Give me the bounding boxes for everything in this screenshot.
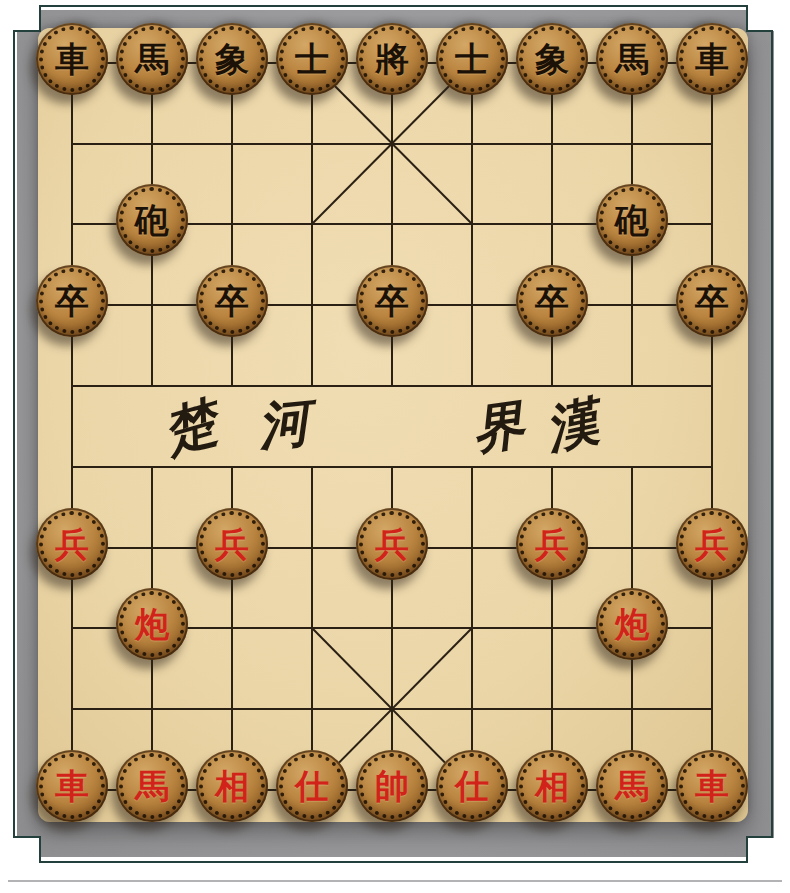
piece-black-soldier[interactable]: 卒: [676, 265, 748, 337]
piece-red-general[interactable]: 帥: [356, 750, 428, 822]
piece-character-soldier: 卒: [36, 265, 108, 337]
piece-black-chariot[interactable]: 車: [36, 23, 108, 95]
piece-black-advisor[interactable]: 士: [276, 23, 348, 95]
piece-character-advisor: 士: [436, 23, 508, 95]
piece-character-chariot: 車: [676, 23, 748, 95]
piece-character-horse: 馬: [116, 750, 188, 822]
piece-red-soldier[interactable]: 兵: [36, 508, 108, 580]
piece-black-advisor[interactable]: 士: [436, 23, 508, 95]
piece-black-soldier[interactable]: 卒: [36, 265, 108, 337]
piece-red-horse[interactable]: 馬: [116, 750, 188, 822]
piece-character-soldier: 卒: [356, 265, 428, 337]
piece-red-elephant[interactable]: 相: [196, 750, 268, 822]
piece-red-advisor[interactable]: 仕: [436, 750, 508, 822]
piece-black-horse[interactable]: 馬: [596, 23, 668, 95]
piece-character-soldier: 兵: [676, 508, 748, 580]
photo-backdrop: 楚 河 界 漢 車馬象士將士象馬車砲砲卒卒卒卒卒兵兵兵兵兵炮炮車馬相仕帥仕相馬車: [17, 10, 774, 857]
piece-character-advisor: 仕: [436, 750, 508, 822]
piece-character-advisor: 士: [276, 23, 348, 95]
piece-red-elephant[interactable]: 相: [516, 750, 588, 822]
piece-red-cannon[interactable]: 炮: [116, 588, 188, 660]
piece-red-advisor[interactable]: 仕: [276, 750, 348, 822]
piece-character-general: 帥: [356, 750, 428, 822]
piece-character-soldier: 卒: [676, 265, 748, 337]
piece-red-soldier[interactable]: 兵: [196, 508, 268, 580]
piece-character-cannon: 砲: [596, 184, 668, 256]
piece-black-soldier[interactable]: 卒: [356, 265, 428, 337]
piece-black-cannon[interactable]: 砲: [116, 184, 188, 256]
piece-character-cannon: 炮: [596, 588, 668, 660]
piece-character-soldier: 卒: [196, 265, 268, 337]
piece-character-horse: 馬: [116, 23, 188, 95]
piece-character-soldier: 兵: [196, 508, 268, 580]
piece-black-chariot[interactable]: 車: [676, 23, 748, 95]
river-label-han: 漢: [541, 394, 603, 456]
piece-red-soldier[interactable]: 兵: [676, 508, 748, 580]
piece-character-chariot: 車: [36, 23, 108, 95]
piece-red-chariot[interactable]: 車: [676, 750, 748, 822]
piece-character-soldier: 卒: [516, 265, 588, 337]
piece-character-horse: 馬: [596, 23, 668, 95]
piece-red-horse[interactable]: 馬: [596, 750, 668, 822]
piece-black-general[interactable]: 將: [356, 23, 428, 95]
xiangqi-board: 楚 河 界 漢 車馬象士將士象馬車砲砲卒卒卒卒卒兵兵兵兵兵炮炮車馬相仕帥仕相馬車: [38, 28, 748, 822]
piece-character-cannon: 砲: [116, 184, 188, 256]
piece-character-chariot: 車: [36, 750, 108, 822]
board-grid-lines: [38, 28, 748, 822]
piece-character-chariot: 車: [676, 750, 748, 822]
piece-black-elephant[interactable]: 象: [516, 23, 588, 95]
piece-character-elephant: 相: [196, 750, 268, 822]
piece-red-soldier[interactable]: 兵: [356, 508, 428, 580]
river-label-he: 河: [255, 395, 312, 452]
piece-character-advisor: 仕: [276, 750, 348, 822]
piece-character-horse: 馬: [596, 750, 668, 822]
piece-black-cannon[interactable]: 砲: [596, 184, 668, 256]
river-label-jie: 界: [469, 398, 528, 457]
piece-black-soldier[interactable]: 卒: [196, 265, 268, 337]
piece-character-elephant: 相: [516, 750, 588, 822]
piece-black-elephant[interactable]: 象: [196, 23, 268, 95]
piece-red-soldier[interactable]: 兵: [516, 508, 588, 580]
piece-red-chariot[interactable]: 車: [36, 750, 108, 822]
product-photo-page: 楚 河 界 漢 車馬象士將士象馬車砲砲卒卒卒卒卒兵兵兵兵兵炮炮車馬相仕帥仕相馬車: [0, 0, 790, 893]
piece-character-soldier: 兵: [516, 508, 588, 580]
piece-character-soldier: 兵: [36, 508, 108, 580]
piece-character-elephant: 象: [196, 23, 268, 95]
piece-character-general: 將: [356, 23, 428, 95]
piece-character-soldier: 兵: [356, 508, 428, 580]
piece-black-horse[interactable]: 馬: [116, 23, 188, 95]
piece-black-soldier[interactable]: 卒: [516, 265, 588, 337]
piece-character-cannon: 炮: [116, 588, 188, 660]
piece-red-cannon[interactable]: 炮: [596, 588, 668, 660]
piece-character-elephant: 象: [516, 23, 588, 95]
